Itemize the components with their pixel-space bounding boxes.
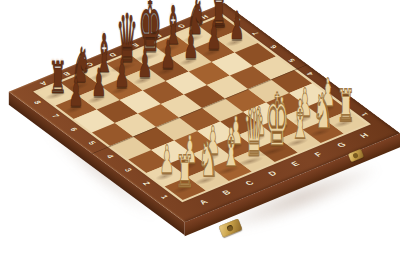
coord-file-d-front: D [266, 170, 279, 178]
white-bishop-glyph: ♝ [291, 93, 310, 146]
coord-rank-1-right: 1 [359, 112, 369, 117]
coord-rank-3-left: 3 [122, 167, 134, 173]
coord-file-f-front: F [312, 151, 324, 158]
white-pawn-glyph: ♟ [160, 141, 175, 180]
coord-rank-4-right: 4 [305, 71, 315, 76]
coord-file-h-front: H [358, 132, 371, 140]
white-queen-glyph: ♛ [243, 100, 265, 166]
coord-file-g-front: G [335, 141, 348, 149]
black-pawn-glyph: ♟ [69, 73, 84, 112]
white-knight-glyph: ♞ [198, 135, 218, 184]
black-pawn-glyph: ♟ [207, 16, 222, 55]
black-pawn-glyph: ♟ [92, 64, 107, 103]
black-pawn-glyph: ♟ [138, 45, 153, 84]
coord-rank-5-left: 5 [86, 140, 98, 146]
black-pawn-glyph: ♟ [184, 26, 199, 65]
black-rook-glyph: ♜ [49, 55, 67, 99]
coord-rank-5-right: 5 [287, 58, 297, 63]
coord-file-e-front: E [289, 160, 301, 167]
black-pawn-glyph: ♟ [115, 54, 130, 93]
coord-rank-7-right: 7 [250, 31, 260, 36]
black-pawn-glyph: ♟ [161, 35, 176, 74]
white-rook-glyph: ♜ [337, 83, 355, 127]
coord-rank-6-right: 6 [268, 44, 278, 49]
coord-rank-2-left: 2 [141, 181, 153, 187]
coord-file-c-front: C [243, 179, 256, 187]
coord-rank-4-left: 4 [104, 154, 116, 160]
chess-set-photo: AABBCCDDEEFFGGHH1122334455667788 ♜♞♟♝♟♚♟… [0, 0, 400, 266]
white-bishop-glyph: ♝ [222, 121, 241, 174]
coord-rank-6-left: 6 [68, 127, 80, 133]
white-knight-glyph: ♞ [313, 88, 333, 137]
black-pawn-glyph: ♟ [230, 7, 245, 46]
white-king-glyph: ♚ [265, 84, 289, 156]
coord-rank-7-left: 7 [50, 113, 62, 119]
coord-file-b-front: B [220, 189, 233, 197]
coord-file-a-front: A [197, 198, 210, 206]
white-rook-glyph: ♜ [176, 149, 194, 193]
